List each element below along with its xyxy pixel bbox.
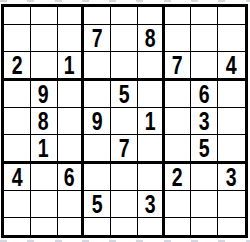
- cell-r8c4[interactable]: 5: [84, 191, 111, 218]
- cell-r6c8[interactable]: 5: [191, 135, 218, 164]
- given-digit: 4: [11, 164, 22, 190]
- given-digit: 3: [199, 108, 210, 134]
- given-digit: 7: [92, 25, 103, 51]
- cell-r5c5[interactable]: [111, 108, 138, 135]
- cell-r7c4[interactable]: [84, 164, 111, 191]
- cell-r3c1[interactable]: 2: [4, 52, 31, 81]
- cell-r3c7[interactable]: 7: [165, 52, 192, 81]
- cell-r2c4[interactable]: 7: [84, 25, 111, 52]
- cell-r4c2[interactable]: 9: [31, 81, 58, 108]
- cell-r5c7[interactable]: [165, 108, 192, 135]
- cell-r8c5[interactable]: [111, 191, 138, 218]
- cell-r3c2[interactable]: [31, 52, 58, 81]
- cell-r6c4[interactable]: [84, 135, 111, 164]
- given-digit: 6: [199, 81, 210, 107]
- cell-r7c7[interactable]: 2: [165, 164, 192, 191]
- cell-r9c4[interactable]: [84, 218, 111, 236]
- cell-r1c9[interactable]: [218, 7, 245, 25]
- cell-r9c6[interactable]: [138, 218, 165, 236]
- cell-r4c8[interactable]: 6: [191, 81, 218, 108]
- cell-r8c6[interactable]: 3: [138, 191, 165, 218]
- given-digit: 3: [144, 191, 155, 217]
- cell-r7c3[interactable]: 6: [58, 164, 85, 191]
- given-digit: 1: [144, 108, 155, 134]
- cell-r8c1[interactable]: [4, 191, 31, 218]
- given-digit: 8: [38, 108, 49, 134]
- cell-r7c9[interactable]: 3: [218, 164, 245, 191]
- cell-r6c7[interactable]: [165, 135, 192, 164]
- cell-r4c4[interactable]: [84, 81, 111, 108]
- given-digit: 4: [226, 52, 237, 78]
- cell-r9c1[interactable]: [4, 218, 31, 236]
- given-digit: 9: [38, 81, 49, 107]
- top-edge-tick-marks: [0, 0, 250, 2]
- cell-r5c1[interactable]: [4, 108, 31, 135]
- cell-r3c3[interactable]: 1: [58, 52, 85, 81]
- cell-r4c3[interactable]: [58, 81, 85, 108]
- cell-r4c9[interactable]: [218, 81, 245, 108]
- given-digit: 5: [199, 135, 210, 161]
- cell-r6c3[interactable]: [58, 135, 85, 164]
- cell-r6c2[interactable]: 1: [31, 135, 58, 164]
- cell-r1c3[interactable]: [58, 7, 85, 25]
- sudoku-board: 7821749568913175462353: [1, 4, 248, 238]
- cell-r1c8[interactable]: [191, 7, 218, 25]
- cell-r5c2[interactable]: 8: [31, 108, 58, 135]
- cell-r6c5[interactable]: 7: [111, 135, 138, 164]
- cell-r9c5[interactable]: [111, 218, 138, 236]
- cell-r1c7[interactable]: [165, 7, 192, 25]
- given-digit: 2: [172, 164, 183, 190]
- cell-r5c6[interactable]: 1: [138, 108, 165, 135]
- cell-r5c3[interactable]: [58, 108, 85, 135]
- cell-r1c5[interactable]: [111, 7, 138, 25]
- cell-r4c1[interactable]: [4, 81, 31, 108]
- given-digit: 3: [226, 164, 237, 190]
- given-digit: 8: [144, 25, 155, 51]
- cell-r2c3[interactable]: [58, 25, 85, 52]
- cell-r6c6[interactable]: [138, 135, 165, 164]
- cell-r7c2[interactable]: [31, 164, 58, 191]
- given-digit: 9: [92, 108, 103, 134]
- cell-r1c2[interactable]: [31, 7, 58, 25]
- cell-r6c9[interactable]: [218, 135, 245, 164]
- cell-r9c8[interactable]: [191, 218, 218, 236]
- cell-r1c1[interactable]: [4, 7, 31, 25]
- sudoku-screenshot: 7821749568913175462353: [0, 0, 250, 242]
- cell-r4c6[interactable]: [138, 81, 165, 108]
- cell-r4c5[interactable]: 5: [111, 81, 138, 108]
- cell-r8c7[interactable]: [165, 191, 192, 218]
- cell-r3c4[interactable]: [84, 52, 111, 81]
- cell-r5c8[interactable]: 3: [191, 108, 218, 135]
- cell-r2c9[interactable]: [218, 25, 245, 52]
- cell-r9c2[interactable]: [31, 218, 58, 236]
- cell-r5c4[interactable]: 9: [84, 108, 111, 135]
- cell-r4c7[interactable]: [165, 81, 192, 108]
- cell-r8c2[interactable]: [31, 191, 58, 218]
- cell-r3c6[interactable]: [138, 52, 165, 81]
- cell-r2c7[interactable]: [165, 25, 192, 52]
- cell-r3c5[interactable]: [111, 52, 138, 81]
- cell-r3c9[interactable]: 4: [218, 52, 245, 81]
- cell-r2c6[interactable]: 8: [138, 25, 165, 52]
- cell-r3c8[interactable]: [191, 52, 218, 81]
- cell-r7c6[interactable]: [138, 164, 165, 191]
- given-digit: 5: [119, 81, 130, 107]
- cell-r2c5[interactable]: [111, 25, 138, 52]
- given-digit: 7: [172, 52, 183, 78]
- cell-r9c3[interactable]: [58, 218, 85, 236]
- cell-r2c1[interactable]: [4, 25, 31, 52]
- cell-r7c1[interactable]: 4: [4, 164, 31, 191]
- cell-r6c1[interactable]: [4, 135, 31, 164]
- given-digit: 7: [119, 135, 130, 161]
- cell-r7c5[interactable]: [111, 164, 138, 191]
- cell-r7c8[interactable]: [191, 164, 218, 191]
- cell-r2c2[interactable]: [31, 25, 58, 52]
- given-digit: 1: [38, 135, 49, 161]
- cell-r8c3[interactable]: [58, 191, 85, 218]
- cell-r8c9[interactable]: [218, 191, 245, 218]
- cell-r2c8[interactable]: [191, 25, 218, 52]
- given-digit: 1: [64, 52, 75, 78]
- cell-r5c9[interactable]: [218, 108, 245, 135]
- cell-r9c9[interactable]: [218, 218, 245, 236]
- given-digit: 6: [64, 164, 75, 190]
- given-digit: 2: [11, 52, 22, 78]
- cell-r9c7[interactable]: [165, 218, 192, 236]
- given-digit: 5: [92, 191, 103, 217]
- cell-r8c8[interactable]: [191, 191, 218, 218]
